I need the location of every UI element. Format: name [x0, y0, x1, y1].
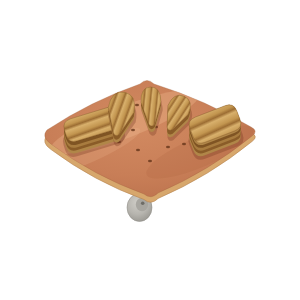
product-photo — [0, 0, 300, 300]
drilled-hole — [148, 160, 152, 163]
drilled-hole — [136, 149, 140, 152]
drilled-hole — [135, 104, 139, 107]
scene-svg — [0, 0, 300, 300]
drilled-hole — [182, 143, 186, 146]
caster-bolt — [141, 201, 145, 205]
drilled-hole — [131, 129, 135, 132]
drilled-hole — [166, 146, 170, 149]
